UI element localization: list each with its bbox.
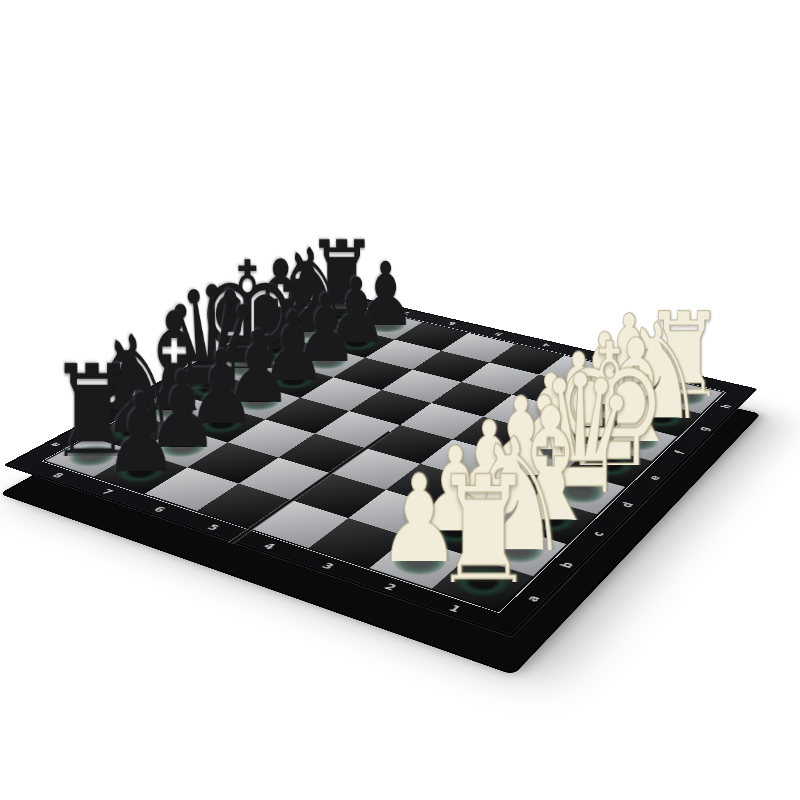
- chess-board: 87654321 87654321 abcdefgh abcdefgh ♜♞♝♛…: [3, 290, 757, 637]
- photo-scene: 87654321 87654321 abcdefgh abcdefgh ♜♞♝♛…: [0, 0, 800, 800]
- product-photo: { "game": "chess", "set_type": "folding …: [0, 0, 800, 800]
- playing-area: ♜♞♝♛♚♝♞♜♟♟♟♟♟♟♟♟♟♟♟♟♟♟♟♟♜♞♝♛♚♝♞♜: [41, 301, 726, 614]
- board-frame: 87654321 87654321 abcdefgh abcdefgh ♜♞♝♛…: [3, 290, 757, 637]
- board-squares: ♜♞♝♛♚♝♞♜♟♟♟♟♟♟♟♟♟♟♟♟♟♟♟♟♜♞♝♛♚♝♞♜: [46, 302, 723, 611]
